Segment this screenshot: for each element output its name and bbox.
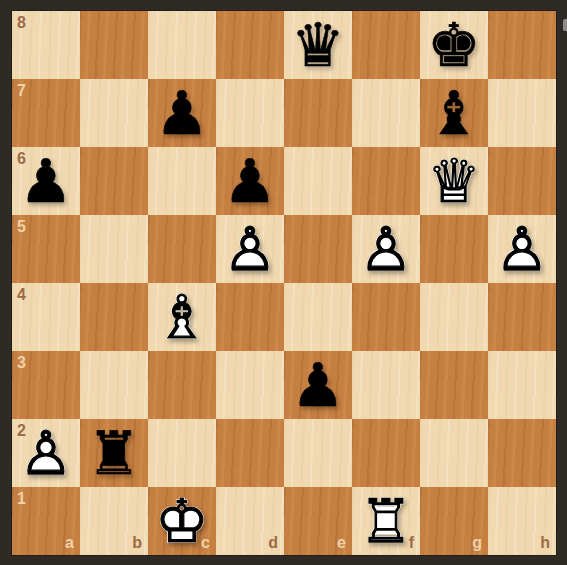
rank-label-4: 4 [17, 287, 26, 303]
square-d2[interactable] [216, 419, 284, 487]
white-king-outline-icon: ♔ [148, 487, 216, 555]
white-pawn-outline-icon: ♙ [352, 215, 420, 283]
white-pawn-outline-icon: ♙ [216, 215, 284, 283]
square-h5[interactable]: ♟♙ [488, 215, 556, 283]
square-h7[interactable] [488, 79, 556, 147]
square-f7[interactable] [352, 79, 420, 147]
white-bishop-c4[interactable]: ♝♗ [148, 283, 216, 351]
square-g6[interactable]: ♛♕ [420, 147, 488, 215]
black-pawn-icon: ♟ [216, 147, 284, 215]
square-e3[interactable]: ♟ [284, 351, 352, 419]
square-e1[interactable]: e [284, 487, 352, 555]
black-queen-icon: ♛ [284, 11, 352, 79]
black-rook-icon: ♜ [80, 419, 148, 487]
square-d3[interactable] [216, 351, 284, 419]
file-label-e: e [337, 535, 346, 551]
square-d7[interactable] [216, 79, 284, 147]
square-h8[interactable] [488, 11, 556, 79]
square-b1[interactable]: b [80, 487, 148, 555]
white-pawn-icon: ♟ [216, 215, 284, 283]
white-pawn-a2[interactable]: ♟♙ [12, 419, 80, 487]
white-rook-outline-icon: ♖ [352, 487, 420, 555]
square-a8[interactable]: 8 [12, 11, 80, 79]
white-rook-f1[interactable]: ♜♖ [352, 487, 420, 555]
white-king-c1[interactable]: ♚♔ [148, 487, 216, 555]
square-g1[interactable]: g [420, 487, 488, 555]
square-c8[interactable] [148, 11, 216, 79]
square-c6[interactable] [148, 147, 216, 215]
rank-label-7: 7 [17, 83, 26, 99]
square-b4[interactable] [80, 283, 148, 351]
white-queen-icon: ♛ [420, 147, 488, 215]
white-bishop-icon: ♝ [148, 283, 216, 351]
square-a3[interactable]: 3 [12, 351, 80, 419]
file-label-h: h [540, 535, 550, 551]
square-f5[interactable]: ♟♙ [352, 215, 420, 283]
black-bishop-icon: ♝ [420, 79, 488, 147]
square-a1[interactable]: 1a [12, 487, 80, 555]
white-pawn-outline-icon: ♙ [488, 215, 556, 283]
square-b8[interactable] [80, 11, 148, 79]
square-c1[interactable]: c♚♔ [148, 487, 216, 555]
chess-app-screen: 8♛♚7♟♝6♟♟♛♕5♟♙♟♙♟♙4♝♗3♟2♟♙♜1abc♚♔def♜♖gh [0, 0, 567, 565]
square-b6[interactable] [80, 147, 148, 215]
white-king-icon: ♚ [148, 487, 216, 555]
square-f4[interactable] [352, 283, 420, 351]
square-e8[interactable]: ♛ [284, 11, 352, 79]
square-e6[interactable] [284, 147, 352, 215]
white-pawn-icon: ♟ [352, 215, 420, 283]
square-a7[interactable]: 7 [12, 79, 80, 147]
square-c4[interactable]: ♝♗ [148, 283, 216, 351]
square-g2[interactable] [420, 419, 488, 487]
square-h2[interactable] [488, 419, 556, 487]
square-c5[interactable] [148, 215, 216, 283]
square-g4[interactable] [420, 283, 488, 351]
white-pawn-d5[interactable]: ♟♙ [216, 215, 284, 283]
square-a6[interactable]: 6♟ [12, 147, 80, 215]
rank-label-1: 1 [17, 491, 26, 507]
square-a4[interactable]: 4 [12, 283, 80, 351]
square-h1[interactable]: h [488, 487, 556, 555]
square-e4[interactable] [284, 283, 352, 351]
square-f1[interactable]: f♜♖ [352, 487, 420, 555]
black-pawn-d6[interactable]: ♟ [216, 147, 284, 215]
square-h3[interactable] [488, 351, 556, 419]
square-g7[interactable]: ♝ [420, 79, 488, 147]
black-queen-e8[interactable]: ♛ [284, 11, 352, 79]
square-c3[interactable] [148, 351, 216, 419]
square-f3[interactable] [352, 351, 420, 419]
black-pawn-c7[interactable]: ♟ [148, 79, 216, 147]
white-rook-icon: ♜ [352, 487, 420, 555]
black-king-g8[interactable]: ♚ [420, 11, 488, 79]
square-c2[interactable] [148, 419, 216, 487]
black-pawn-icon: ♟ [12, 147, 80, 215]
white-queen-outline-icon: ♕ [420, 147, 488, 215]
rank-label-3: 3 [17, 355, 26, 371]
chess-board: 8♛♚7♟♝6♟♟♛♕5♟♙♟♙♟♙4♝♗3♟2♟♙♜1abc♚♔def♜♖gh [12, 11, 556, 555]
square-h6[interactable] [488, 147, 556, 215]
white-pawn-icon: ♟ [12, 419, 80, 487]
square-g3[interactable] [420, 351, 488, 419]
square-a2[interactable]: 2♟♙ [12, 419, 80, 487]
square-d1[interactable]: d [216, 487, 284, 555]
square-a5[interactable]: 5 [12, 215, 80, 283]
file-label-d: d [268, 535, 278, 551]
black-rook-b2[interactable]: ♜ [80, 419, 148, 487]
white-bishop-outline-icon: ♗ [148, 283, 216, 351]
black-pawn-icon: ♟ [148, 79, 216, 147]
rank-label-5: 5 [17, 219, 26, 235]
square-b2[interactable]: ♜ [80, 419, 148, 487]
square-f2[interactable] [352, 419, 420, 487]
white-pawn-outline-icon: ♙ [12, 419, 80, 487]
square-e2[interactable] [284, 419, 352, 487]
square-g8[interactable]: ♚ [420, 11, 488, 79]
black-pawn-e3[interactable]: ♟ [284, 351, 352, 419]
square-h4[interactable] [488, 283, 556, 351]
square-b3[interactable] [80, 351, 148, 419]
square-e5[interactable] [284, 215, 352, 283]
clipped-icon-fragment [563, 19, 567, 31]
black-pawn-a6[interactable]: ♟ [12, 147, 80, 215]
square-d6[interactable]: ♟ [216, 147, 284, 215]
black-pawn-icon: ♟ [284, 351, 352, 419]
square-d5[interactable]: ♟♙ [216, 215, 284, 283]
rank-label-8: 8 [17, 15, 26, 31]
white-queen-g6[interactable]: ♛♕ [420, 147, 488, 215]
file-label-b: b [132, 535, 142, 551]
square-b7[interactable] [80, 79, 148, 147]
black-king-icon: ♚ [420, 11, 488, 79]
square-e7[interactable] [284, 79, 352, 147]
square-d8[interactable] [216, 11, 284, 79]
square-g5[interactable] [420, 215, 488, 283]
white-pawn-f5[interactable]: ♟♙ [352, 215, 420, 283]
file-label-g: g [472, 535, 482, 551]
white-pawn-h5[interactable]: ♟♙ [488, 215, 556, 283]
square-b5[interactable] [80, 215, 148, 283]
square-f6[interactable] [352, 147, 420, 215]
square-d4[interactable] [216, 283, 284, 351]
white-pawn-icon: ♟ [488, 215, 556, 283]
square-c7[interactable]: ♟ [148, 79, 216, 147]
square-f8[interactable] [352, 11, 420, 79]
black-bishop-g7[interactable]: ♝ [420, 79, 488, 147]
file-label-a: a [65, 535, 74, 551]
